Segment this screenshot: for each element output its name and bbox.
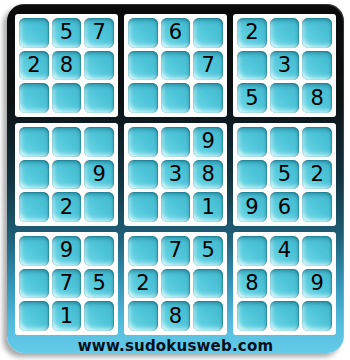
- cell-r9c2[interactable]: 1: [52, 301, 82, 331]
- cell-r6c2[interactable]: 2: [52, 192, 82, 222]
- cell-r3c1[interactable]: [19, 83, 49, 113]
- cell-r7c1[interactable]: [19, 236, 49, 266]
- cell-r7c3[interactable]: [84, 236, 114, 266]
- cell-r2c1[interactable]: 2: [19, 51, 49, 81]
- cell-r3c5[interactable]: [161, 83, 191, 113]
- sudoku-box-3-1: 9751: [15, 232, 118, 335]
- cell-r1c7[interactable]: 2: [237, 18, 267, 48]
- cell-r8c6[interactable]: [193, 269, 223, 299]
- sudoku-box-2-1: 92: [15, 123, 118, 226]
- cell-r9c9[interactable]: [302, 301, 332, 331]
- cell-r1c8[interactable]: [270, 18, 300, 48]
- cell-r3c6[interactable]: [193, 83, 223, 113]
- cell-r2c4[interactable]: [128, 51, 158, 81]
- website-url: www.sudokusweb.com: [7, 337, 344, 354]
- cell-r7c2[interactable]: 9: [52, 236, 82, 266]
- cell-r5c1[interactable]: [19, 160, 49, 190]
- cell-r5c6[interactable]: 8: [193, 160, 223, 190]
- cell-r3c4[interactable]: [128, 83, 158, 113]
- cell-r5c4[interactable]: [128, 160, 158, 190]
- cell-r1c4[interactable]: [128, 18, 158, 48]
- cell-r2c3[interactable]: [84, 51, 114, 81]
- cell-r9c7[interactable]: [237, 301, 267, 331]
- cell-r6c6[interactable]: 1: [193, 192, 223, 222]
- cell-r1c3[interactable]: 7: [84, 18, 114, 48]
- cell-r6c8[interactable]: 6: [270, 192, 300, 222]
- cell-r8c2[interactable]: 7: [52, 269, 82, 299]
- cell-r3c2[interactable]: [52, 83, 82, 113]
- cell-r3c7[interactable]: 5: [237, 83, 267, 113]
- cell-r6c3[interactable]: [84, 192, 114, 222]
- cell-r5c9[interactable]: 2: [302, 160, 332, 190]
- cell-r2c8[interactable]: 3: [270, 51, 300, 81]
- cell-r2c2[interactable]: 8: [52, 51, 82, 81]
- cell-r8c7[interactable]: 8: [237, 269, 267, 299]
- cell-r5c3[interactable]: 9: [84, 160, 114, 190]
- sudoku-box-1-3: 2358: [233, 14, 336, 117]
- cell-r9c1[interactable]: [19, 301, 49, 331]
- cell-r2c9[interactable]: [302, 51, 332, 81]
- cell-r4c1[interactable]: [19, 127, 49, 157]
- cell-r7c8[interactable]: 4: [270, 236, 300, 266]
- cell-r4c7[interactable]: [237, 127, 267, 157]
- cell-r6c7[interactable]: 9: [237, 192, 267, 222]
- cell-r6c9[interactable]: [302, 192, 332, 222]
- cell-r6c1[interactable]: [19, 192, 49, 222]
- cell-r1c5[interactable]: 6: [161, 18, 191, 48]
- cell-r4c4[interactable]: [128, 127, 158, 157]
- cell-r8c8[interactable]: [270, 269, 300, 299]
- cell-r4c5[interactable]: [161, 127, 191, 157]
- cell-r1c1[interactable]: [19, 18, 49, 48]
- cell-r2c5[interactable]: [161, 51, 191, 81]
- sudoku-board-frame: 5728672358929381529697517528489 www.sudo…: [7, 4, 344, 353]
- cell-r5c8[interactable]: 5: [270, 160, 300, 190]
- cell-r6c4[interactable]: [128, 192, 158, 222]
- cell-r1c6[interactable]: [193, 18, 223, 48]
- cell-r9c5[interactable]: 8: [161, 301, 191, 331]
- cell-r8c4[interactable]: 2: [128, 269, 158, 299]
- cell-r8c3[interactable]: 5: [84, 269, 114, 299]
- cell-r4c2[interactable]: [52, 127, 82, 157]
- cell-r7c4[interactable]: [128, 236, 158, 266]
- sudoku-box-3-2: 7528: [124, 232, 227, 335]
- cell-r3c9[interactable]: 8: [302, 83, 332, 113]
- cell-r4c6[interactable]: 9: [193, 127, 223, 157]
- cell-r2c7[interactable]: [237, 51, 267, 81]
- sudoku-box-1-1: 5728: [15, 14, 118, 117]
- cell-r5c7[interactable]: [237, 160, 267, 190]
- cell-r4c3[interactable]: [84, 127, 114, 157]
- cell-r8c9[interactable]: 9: [302, 269, 332, 299]
- cell-r3c3[interactable]: [84, 83, 114, 113]
- cell-r7c5[interactable]: 7: [161, 236, 191, 266]
- sudoku-grid: 5728672358929381529697517528489: [15, 14, 336, 335]
- cell-r5c2[interactable]: [52, 160, 82, 190]
- cell-r9c3[interactable]: [84, 301, 114, 331]
- cell-r7c9[interactable]: [302, 236, 332, 266]
- cell-r4c9[interactable]: [302, 127, 332, 157]
- cell-r3c8[interactable]: [270, 83, 300, 113]
- cell-r9c8[interactable]: [270, 301, 300, 331]
- cell-r9c4[interactable]: [128, 301, 158, 331]
- cell-r8c1[interactable]: [19, 269, 49, 299]
- sudoku-box-3-3: 489: [233, 232, 336, 335]
- cell-r7c7[interactable]: [237, 236, 267, 266]
- cell-r8c5[interactable]: [161, 269, 191, 299]
- cell-r9c6[interactable]: [193, 301, 223, 331]
- sudoku-box-1-2: 67: [124, 14, 227, 117]
- cell-r1c2[interactable]: 5: [52, 18, 82, 48]
- cell-r4c8[interactable]: [270, 127, 300, 157]
- cell-r6c5[interactable]: [161, 192, 191, 222]
- cell-r5c5[interactable]: 3: [161, 160, 191, 190]
- cell-r1c9[interactable]: [302, 18, 332, 48]
- cell-r7c6[interactable]: 5: [193, 236, 223, 266]
- sudoku-box-2-2: 9381: [124, 123, 227, 226]
- sudoku-box-2-3: 5296: [233, 123, 336, 226]
- cell-r2c6[interactable]: 7: [193, 51, 223, 81]
